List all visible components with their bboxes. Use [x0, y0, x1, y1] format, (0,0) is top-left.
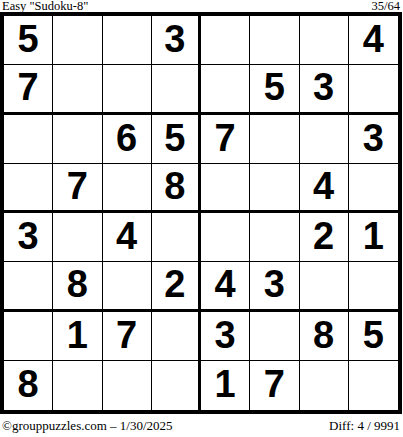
- cell-r7c3[interactable]: 7: [103, 312, 152, 361]
- cell-r1c8[interactable]: 4: [349, 16, 398, 65]
- given-digit: 5: [264, 68, 285, 106]
- cell-r1c2[interactable]: [53, 16, 102, 65]
- cell-r4c6[interactable]: [250, 164, 299, 213]
- cell-r5c5[interactable]: [201, 213, 250, 262]
- given-digit: 1: [67, 316, 88, 354]
- cell-r2c7[interactable]: 3: [300, 65, 349, 114]
- cell-r1c7[interactable]: [300, 16, 349, 65]
- cell-r2c2[interactable]: [53, 65, 102, 114]
- given-digit: 7: [67, 167, 88, 205]
- cell-r7c8[interactable]: 5: [349, 312, 398, 361]
- given-digit: 5: [363, 316, 384, 354]
- cell-r3c1[interactable]: [4, 115, 53, 164]
- cell-r1c5[interactable]: [201, 16, 250, 65]
- cell-r7c1[interactable]: [4, 312, 53, 361]
- difficulty: Diff: 4 / 9991: [329, 419, 400, 433]
- cell-r1c4[interactable]: 3: [152, 16, 201, 65]
- cell-r8c7[interactable]: [300, 361, 349, 410]
- cell-r8c5[interactable]: 1: [201, 361, 250, 410]
- given-digit: 3: [164, 20, 185, 58]
- given-digit: 7: [215, 119, 236, 157]
- cell-r1c6[interactable]: [250, 16, 299, 65]
- given-digit: 2: [164, 265, 185, 303]
- cell-r8c8[interactable]: [349, 361, 398, 410]
- cell-r5c3[interactable]: 4: [103, 213, 152, 262]
- cell-r3c3[interactable]: 6: [103, 115, 152, 164]
- cell-r4c5[interactable]: [201, 164, 250, 213]
- cell-r5c2[interactable]: [53, 213, 102, 262]
- given-digit: 3: [264, 265, 285, 303]
- given-digit: 4: [363, 20, 384, 58]
- given-digit: 2: [313, 217, 334, 255]
- cell-r4c2[interactable]: 7: [53, 164, 102, 213]
- cell-r5c8[interactable]: 1: [349, 213, 398, 262]
- cell-r1c3[interactable]: [103, 16, 152, 65]
- sudoku-board: 53475365737843421824317385817: [0, 12, 402, 414]
- cell-r6c4[interactable]: 2: [152, 262, 201, 311]
- cell-r6c5[interactable]: 4: [201, 262, 250, 311]
- cell-r6c7[interactable]: [300, 262, 349, 311]
- cell-r7c6[interactable]: [250, 312, 299, 361]
- cell-r8c3[interactable]: [103, 361, 152, 410]
- cell-r2c4[interactable]: [152, 65, 201, 114]
- cell-r3c2[interactable]: [53, 115, 102, 164]
- cell-r8c2[interactable]: [53, 361, 102, 410]
- cell-r7c5[interactable]: 3: [201, 312, 250, 361]
- given-digit: 5: [18, 20, 39, 58]
- cell-r7c4[interactable]: [152, 312, 201, 361]
- given-digit: 3: [215, 316, 236, 354]
- cell-r5c1[interactable]: 3: [4, 213, 53, 262]
- cell-r5c7[interactable]: 2: [300, 213, 349, 262]
- cell-r7c2[interactable]: 1: [53, 312, 102, 361]
- cell-r2c5[interactable]: [201, 65, 250, 114]
- cell-r8c4[interactable]: [152, 361, 201, 410]
- cell-r6c8[interactable]: [349, 262, 398, 311]
- given-digit: 4: [116, 217, 137, 255]
- cell-r1c1[interactable]: 5: [4, 16, 53, 65]
- copyright-date: ©grouppuzzles.com – 1/30/2025: [2, 419, 173, 433]
- given-digit: 4: [313, 167, 334, 205]
- cell-r2c3[interactable]: [103, 65, 152, 114]
- cell-r3c6[interactable]: [250, 115, 299, 164]
- cell-r2c8[interactable]: [349, 65, 398, 114]
- cell-r2c1[interactable]: 7: [4, 65, 53, 114]
- given-digit: 1: [215, 365, 236, 403]
- cell-r8c1[interactable]: 8: [4, 361, 53, 410]
- cell-r6c3[interactable]: [103, 262, 152, 311]
- cell-r3c7[interactable]: [300, 115, 349, 164]
- cell-r5c4[interactable]: [152, 213, 201, 262]
- cell-r6c2[interactable]: 8: [53, 262, 102, 311]
- puzzle-title: Easy "Sudoku-8": [2, 0, 88, 12]
- given-digit: 8: [313, 316, 334, 354]
- given-digit: 8: [164, 167, 185, 205]
- cell-r4c4[interactable]: 8: [152, 164, 201, 213]
- cell-r4c3[interactable]: [103, 164, 152, 213]
- given-digit: 3: [18, 217, 39, 255]
- cell-r5c6[interactable]: [250, 213, 299, 262]
- cell-r3c4[interactable]: 5: [152, 115, 201, 164]
- cell-r4c8[interactable]: [349, 164, 398, 213]
- page-header: Easy "Sudoku-8" 35/64: [2, 0, 400, 12]
- cell-r3c5[interactable]: 7: [201, 115, 250, 164]
- given-digit: 1: [363, 217, 384, 255]
- cell-r4c1[interactable]: [4, 164, 53, 213]
- cell-r4c7[interactable]: 4: [300, 164, 349, 213]
- given-digit: 7: [18, 68, 39, 106]
- cell-r6c6[interactable]: 3: [250, 262, 299, 311]
- cell-r6c1[interactable]: [4, 262, 53, 311]
- given-digit: 4: [215, 265, 236, 303]
- given-digit: 6: [116, 119, 137, 157]
- cell-r8c6[interactable]: 7: [250, 361, 299, 410]
- given-digit: 5: [164, 119, 185, 157]
- page-footer: ©grouppuzzles.com – 1/30/2025 Diff: 4 / …: [2, 419, 400, 433]
- blank-count: 35/64: [372, 0, 400, 12]
- given-digit: 8: [18, 365, 39, 403]
- given-digit: 3: [363, 119, 384, 157]
- cell-r3c8[interactable]: 3: [349, 115, 398, 164]
- cell-r2c6[interactable]: 5: [250, 65, 299, 114]
- given-digit: 7: [116, 316, 137, 354]
- cell-r7c7[interactable]: 8: [300, 312, 349, 361]
- given-digit: 7: [264, 365, 285, 403]
- given-digit: 3: [313, 68, 334, 106]
- given-digit: 8: [67, 265, 88, 303]
